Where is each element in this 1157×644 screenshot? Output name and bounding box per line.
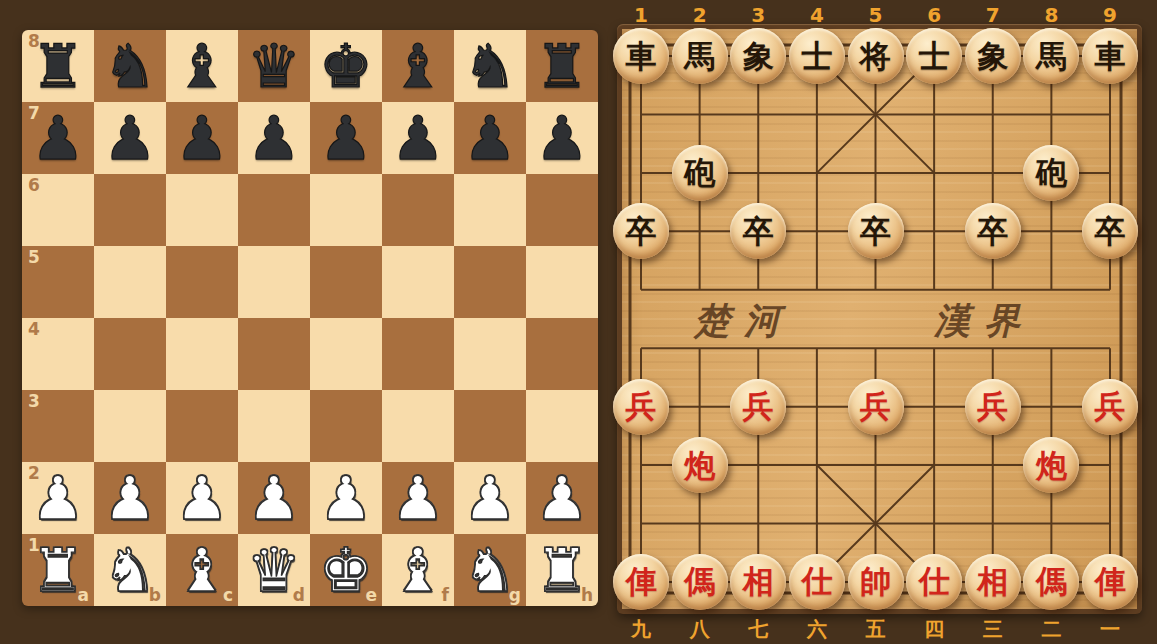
- chess-piece-white-pawn[interactable]: ♟: [526, 462, 598, 534]
- xiangqi-piece-character: 兵: [977, 391, 1008, 422]
- xiangqi-piece-black-elephant[interactable]: 象: [730, 28, 786, 84]
- square-g8[interactable]: ♞: [454, 30, 526, 102]
- chess-piece-white-rook[interactable]: ♜: [526, 534, 598, 606]
- xiangqi-piece-character: 馬: [684, 41, 715, 72]
- chess-piece-white-pawn[interactable]: ♟: [310, 462, 382, 534]
- chess-piece-black-queen[interactable]: ♛: [238, 30, 310, 102]
- square-g3[interactable]: [454, 390, 526, 462]
- xiangqi-piece-character: 将: [860, 41, 891, 72]
- xiangqi-piece-black-soldier[interactable]: 卒: [848, 203, 904, 259]
- square-e1[interactable]: e♚: [310, 534, 382, 606]
- square-h7[interactable]: ♟: [526, 102, 598, 174]
- square-f8[interactable]: ♝: [382, 30, 454, 102]
- square-c5[interactable]: [166, 246, 238, 318]
- xiangqi-board[interactable]: 楚河 漢界 車馬象士将士象馬車砲砲卒卒卒卒卒兵兵兵兵兵炮炮俥傌相仕帥仕相傌俥: [622, 29, 1137, 609]
- chess-piece-white-queen[interactable]: ♛: [238, 534, 310, 606]
- river-label-left: 楚河: [694, 297, 794, 346]
- file-numeral-label-bottom: 六: [799, 619, 835, 639]
- square-a8[interactable]: 8♜: [22, 30, 94, 102]
- xiangqi-piece-red-soldier[interactable]: 兵: [848, 379, 904, 435]
- rank-label: 4: [28, 321, 40, 338]
- square-g7[interactable]: ♟: [454, 102, 526, 174]
- square-d7[interactable]: ♟: [238, 102, 310, 174]
- xiangqi-board-frame: 楚河 漢界 車馬象士将士象馬車砲砲卒卒卒卒卒兵兵兵兵兵炮炮俥傌相仕帥仕相傌俥: [617, 24, 1142, 614]
- xiangqi-piece-character: 卒: [977, 216, 1008, 247]
- xiangqi-piece-red-soldier[interactable]: 兵: [1082, 379, 1138, 435]
- square-g1[interactable]: g♞: [454, 534, 526, 606]
- file-number-label-top: 7: [975, 5, 1011, 25]
- square-e6[interactable]: [310, 174, 382, 246]
- square-a7[interactable]: 7♟: [22, 102, 94, 174]
- square-d5[interactable]: [238, 246, 310, 318]
- xiangqi-piece-red-chariot[interactable]: 俥: [613, 554, 669, 610]
- square-a5[interactable]: 5: [22, 246, 94, 318]
- square-b5[interactable]: [94, 246, 166, 318]
- file-number-label-top: 3: [740, 5, 776, 25]
- square-b2[interactable]: ♟: [94, 462, 166, 534]
- xiangqi-piece-character: 馬: [1036, 41, 1067, 72]
- chess-piece-black-knight[interactable]: ♞: [94, 30, 166, 102]
- chess-piece-black-pawn[interactable]: ♟: [94, 102, 166, 174]
- xiangqi-piece-character: 車: [626, 41, 657, 72]
- file-number-label-top: 8: [1033, 5, 1069, 25]
- file-number-label-top: 6: [916, 5, 952, 25]
- chess-piece-black-pawn[interactable]: ♟: [382, 102, 454, 174]
- square-e5[interactable]: [310, 246, 382, 318]
- file-numeral-label-bottom: 七: [740, 619, 776, 639]
- square-c7[interactable]: ♟: [166, 102, 238, 174]
- xiangqi-panel: 楚河 漢界 車馬象士将士象馬車砲砲卒卒卒卒卒兵兵兵兵兵炮炮俥傌相仕帥仕相傌俥 1…: [617, 0, 1145, 644]
- xiangqi-piece-black-elephant[interactable]: 象: [965, 28, 1021, 84]
- square-b6[interactable]: [94, 174, 166, 246]
- chess-piece-white-bishop[interactable]: ♝: [382, 534, 454, 606]
- xiangqi-piece-character: 炮: [684, 450, 715, 481]
- chess-piece-white-pawn[interactable]: ♟: [94, 462, 166, 534]
- square-f1[interactable]: f♝: [382, 534, 454, 606]
- square-d1[interactable]: d♛: [238, 534, 310, 606]
- chess-piece-black-pawn[interactable]: ♟: [310, 102, 382, 174]
- file-number-label-top: 9: [1092, 5, 1128, 25]
- xiangqi-piece-character: 相: [743, 566, 774, 597]
- square-d3[interactable]: [238, 390, 310, 462]
- square-h5[interactable]: [526, 246, 598, 318]
- xiangqi-piece-character: 兵: [1095, 391, 1126, 422]
- xiangqi-piece-character: 卒: [1095, 216, 1126, 247]
- xiangqi-piece-black-horse[interactable]: 馬: [1023, 28, 1079, 84]
- xiangqi-piece-character: 兵: [743, 391, 774, 422]
- xiangqi-piece-red-soldier[interactable]: 兵: [613, 379, 669, 435]
- xiangqi-piece-black-advisor[interactable]: 士: [906, 28, 962, 84]
- file-numeral-label-bottom: 二: [1033, 619, 1069, 639]
- xiangqi-piece-red-horse[interactable]: 傌: [1023, 554, 1079, 610]
- xiangqi-piece-black-chariot[interactable]: 車: [613, 28, 669, 84]
- xiangqi-piece-red-cannon[interactable]: 炮: [672, 437, 728, 493]
- chess-piece-white-pawn[interactable]: ♟: [22, 462, 94, 534]
- xiangqi-piece-black-advisor[interactable]: 士: [789, 28, 845, 84]
- square-f7[interactable]: ♟: [382, 102, 454, 174]
- square-b8[interactable]: ♞: [94, 30, 166, 102]
- square-f6[interactable]: [382, 174, 454, 246]
- xiangqi-piece-red-advisor[interactable]: 仕: [906, 554, 962, 610]
- rank-label: 6: [28, 177, 40, 194]
- chess-piece-white-pawn[interactable]: ♟: [238, 462, 310, 534]
- file-numeral-label-bottom: 九: [623, 619, 659, 639]
- xiangqi-piece-character: 卒: [626, 216, 657, 247]
- xiangqi-piece-black-chariot[interactable]: 車: [1082, 28, 1138, 84]
- xiangqi-piece-character: 卒: [860, 216, 891, 247]
- xiangqi-piece-black-soldier[interactable]: 卒: [613, 203, 669, 259]
- xiangqi-piece-black-cannon[interactable]: 砲: [672, 145, 728, 201]
- square-a4[interactable]: 4: [22, 318, 94, 390]
- square-h1[interactable]: h♜: [526, 534, 598, 606]
- square-g6[interactable]: [454, 174, 526, 246]
- file-number-label-top: 2: [682, 5, 718, 25]
- square-b1[interactable]: b♞: [94, 534, 166, 606]
- square-b7[interactable]: ♟: [94, 102, 166, 174]
- square-d2[interactable]: ♟: [238, 462, 310, 534]
- xiangqi-piece-character: 傌: [684, 566, 715, 597]
- chess-piece-white-pawn[interactable]: ♟: [166, 462, 238, 534]
- file-number-label-top: 5: [858, 5, 894, 25]
- xiangqi-piece-red-soldier[interactable]: 兵: [730, 379, 786, 435]
- xiangqi-piece-character: 帥: [860, 566, 891, 597]
- square-a3[interactable]: 3: [22, 390, 94, 462]
- chess-piece-black-knight[interactable]: ♞: [454, 30, 526, 102]
- rank-label: 5: [28, 249, 40, 266]
- rank-label: 3: [28, 393, 40, 410]
- square-g5[interactable]: [454, 246, 526, 318]
- xiangqi-piece-character: 相: [977, 566, 1008, 597]
- xiangqi-piece-character: 仕: [919, 566, 950, 597]
- chess-piece-black-pawn[interactable]: ♟: [166, 102, 238, 174]
- chess-piece-black-bishop[interactable]: ♝: [166, 30, 238, 102]
- xiangqi-piece-red-advisor[interactable]: 仕: [789, 554, 845, 610]
- xiangqi-piece-character: 砲: [684, 157, 715, 188]
- xiangqi-piece-character: 士: [801, 41, 832, 72]
- xiangqi-piece-red-chariot[interactable]: 俥: [1082, 554, 1138, 610]
- square-f2[interactable]: ♟: [382, 462, 454, 534]
- square-e7[interactable]: ♟: [310, 102, 382, 174]
- xiangqi-piece-red-elephant[interactable]: 相: [965, 554, 1021, 610]
- chess-piece-black-king[interactable]: ♚: [310, 30, 382, 102]
- chess-piece-white-knight[interactable]: ♞: [94, 534, 166, 606]
- square-e4[interactable]: [310, 318, 382, 390]
- square-d8[interactable]: ♛: [238, 30, 310, 102]
- chess-piece-white-rook[interactable]: ♜: [22, 534, 94, 606]
- xiangqi-piece-character: 象: [977, 41, 1008, 72]
- file-numeral-label-bottom: 五: [858, 619, 894, 639]
- xiangqi-piece-character: 兵: [860, 391, 891, 422]
- xiangqi-piece-character: 卒: [743, 216, 774, 247]
- square-g4[interactable]: [454, 318, 526, 390]
- chess-piece-white-pawn[interactable]: ♟: [454, 462, 526, 534]
- xiangqi-piece-red-soldier[interactable]: 兵: [965, 379, 1021, 435]
- square-a6[interactable]: 6: [22, 174, 94, 246]
- square-a1[interactable]: 1a♜: [22, 534, 94, 606]
- file-numeral-label-bottom: 一: [1092, 619, 1128, 639]
- xiangqi-piece-black-cannon[interactable]: 砲: [1023, 145, 1079, 201]
- river-label-right: 漢界: [934, 297, 1034, 346]
- xiangqi-piece-character: 仕: [801, 566, 832, 597]
- chess-piece-white-king[interactable]: ♚: [310, 534, 382, 606]
- chess-piece-black-bishop[interactable]: ♝: [382, 30, 454, 102]
- xiangqi-piece-red-horse[interactable]: 傌: [672, 554, 728, 610]
- square-e2[interactable]: ♟: [310, 462, 382, 534]
- chess-piece-black-pawn[interactable]: ♟: [22, 102, 94, 174]
- chess-piece-white-pawn[interactable]: ♟: [382, 462, 454, 534]
- square-h6[interactable]: [526, 174, 598, 246]
- xiangqi-piece-character: 砲: [1036, 157, 1067, 188]
- xiangqi-piece-character: 象: [743, 41, 774, 72]
- xiangqi-piece-black-general[interactable]: 将: [848, 28, 904, 84]
- square-c6[interactable]: [166, 174, 238, 246]
- chess-piece-black-pawn[interactable]: ♟: [238, 102, 310, 174]
- xiangqi-piece-character: 兵: [626, 391, 657, 422]
- chess-piece-white-bishop[interactable]: ♝: [166, 534, 238, 606]
- square-c4[interactable]: [166, 318, 238, 390]
- file-number-label-top: 1: [623, 5, 659, 25]
- file-numeral-label-bottom: 四: [916, 619, 952, 639]
- file-numeral-label-bottom: 八: [682, 619, 718, 639]
- chess-piece-white-knight[interactable]: ♞: [454, 534, 526, 606]
- square-c3[interactable]: [166, 390, 238, 462]
- xiangqi-piece-red-elephant[interactable]: 相: [730, 554, 786, 610]
- square-c2[interactable]: ♟: [166, 462, 238, 534]
- xiangqi-piece-character: 炮: [1036, 450, 1067, 481]
- xiangqi-piece-character: 傌: [1036, 566, 1067, 597]
- xiangqi-piece-black-soldier[interactable]: 卒: [965, 203, 1021, 259]
- xiangqi-piece-character: 俥: [1095, 566, 1126, 597]
- square-d4[interactable]: [238, 318, 310, 390]
- chess-piece-black-pawn[interactable]: ♟: [454, 102, 526, 174]
- chess-board[interactable]: 8♜♞♝♛♚♝♞♜7♟♟♟♟♟♟♟♟65432♟♟♟♟♟♟♟♟1a♜b♞c♝d♛…: [22, 30, 598, 606]
- square-b3[interactable]: [94, 390, 166, 462]
- xiangqi-piece-black-soldier[interactable]: 卒: [1082, 203, 1138, 259]
- file-number-label-top: 4: [799, 5, 835, 25]
- chess-piece-black-rook[interactable]: ♜: [526, 30, 598, 102]
- chess-piece-black-rook[interactable]: ♜: [22, 30, 94, 102]
- square-g2[interactable]: ♟: [454, 462, 526, 534]
- square-b4[interactable]: [94, 318, 166, 390]
- xiangqi-piece-character: 士: [919, 41, 950, 72]
- square-a2[interactable]: 2♟: [22, 462, 94, 534]
- xiangqi-piece-character: 車: [1095, 41, 1126, 72]
- xiangqi-piece-red-general[interactable]: 帥: [848, 554, 904, 610]
- square-f3[interactable]: [382, 390, 454, 462]
- square-f4[interactable]: [382, 318, 454, 390]
- square-f5[interactable]: [382, 246, 454, 318]
- xiangqi-piece-character: 俥: [626, 566, 657, 597]
- file-numeral-label-bottom: 三: [975, 619, 1011, 639]
- square-e8[interactable]: ♚: [310, 30, 382, 102]
- xiangqi-piece-black-horse[interactable]: 馬: [672, 28, 728, 84]
- square-c8[interactable]: ♝: [166, 30, 238, 102]
- square-e3[interactable]: [310, 390, 382, 462]
- square-d6[interactable]: [238, 174, 310, 246]
- square-h2[interactable]: ♟: [526, 462, 598, 534]
- square-h4[interactable]: [526, 318, 598, 390]
- chess-piece-black-pawn[interactable]: ♟: [526, 102, 598, 174]
- square-h3[interactable]: [526, 390, 598, 462]
- square-h8[interactable]: ♜: [526, 30, 598, 102]
- square-c1[interactable]: c♝: [166, 534, 238, 606]
